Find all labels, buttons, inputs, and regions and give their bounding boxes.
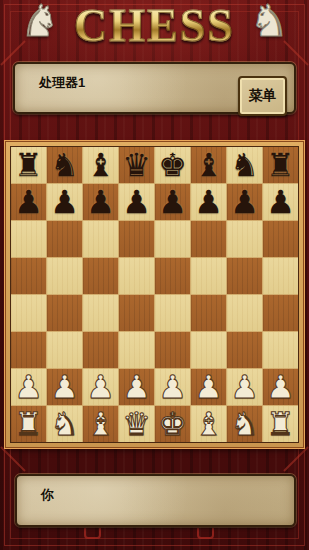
- square-e1[interactable]: ♚: [155, 406, 190, 442]
- square-h4[interactable]: [263, 295, 298, 331]
- square-g2[interactable]: ♟: [227, 369, 262, 405]
- square-f1[interactable]: ♝: [191, 406, 226, 442]
- piece-black-knight[interactable]: ♞: [50, 148, 79, 183]
- piece-white-bishop[interactable]: ♝: [86, 407, 115, 442]
- square-e6[interactable]: [155, 221, 190, 257]
- piece-black-pawn[interactable]: ♟: [266, 185, 295, 220]
- piece-black-pawn[interactable]: ♟: [158, 185, 187, 220]
- piece-white-pawn[interactable]: ♟: [158, 370, 187, 405]
- piece-white-pawn[interactable]: ♟: [230, 370, 259, 405]
- player-panel: 你: [15, 474, 296, 527]
- square-a8[interactable]: ♜: [11, 147, 46, 183]
- piece-white-bishop[interactable]: ♝: [194, 407, 223, 442]
- opponent-name: 处理器1: [39, 74, 85, 92]
- square-c5[interactable]: [83, 258, 118, 294]
- chess-app: ♞ CHESS ♞ 处理器1 菜单 ♜♞♝♛♚♝♞♜♟♟♟♟♟♟♟♟♟♟♟♟♟♟…: [0, 0, 309, 550]
- player-name: 你: [41, 486, 54, 504]
- square-c2[interactable]: ♟: [83, 369, 118, 405]
- square-h2[interactable]: ♟: [263, 369, 298, 405]
- square-c3[interactable]: [83, 332, 118, 368]
- square-b8[interactable]: ♞: [47, 147, 82, 183]
- square-b1[interactable]: ♞: [47, 406, 82, 442]
- square-a7[interactable]: ♟: [11, 184, 46, 220]
- square-g1[interactable]: ♞: [227, 406, 262, 442]
- square-e3[interactable]: [155, 332, 190, 368]
- piece-white-rook[interactable]: ♜: [14, 407, 43, 442]
- piece-white-pawn[interactable]: ♟: [14, 370, 43, 405]
- piece-black-pawn[interactable]: ♟: [86, 185, 115, 220]
- piece-black-queen[interactable]: ♛: [122, 148, 151, 183]
- square-e2[interactable]: ♟: [155, 369, 190, 405]
- square-h8[interactable]: ♜: [263, 147, 298, 183]
- piece-white-knight[interactable]: ♞: [230, 407, 259, 442]
- knight-logo-right-icon: ♞: [250, 0, 289, 44]
- piece-black-pawn[interactable]: ♟: [230, 185, 259, 220]
- square-b2[interactable]: ♟: [47, 369, 82, 405]
- square-b5[interactable]: [47, 258, 82, 294]
- square-d5[interactable]: [119, 258, 154, 294]
- square-e5[interactable]: [155, 258, 190, 294]
- square-e7[interactable]: ♟: [155, 184, 190, 220]
- square-b6[interactable]: [47, 221, 82, 257]
- square-b7[interactable]: ♟: [47, 184, 82, 220]
- piece-black-rook[interactable]: ♜: [266, 148, 295, 183]
- piece-black-rook[interactable]: ♜: [14, 148, 43, 183]
- chess-board[interactable]: ♜♞♝♛♚♝♞♜♟♟♟♟♟♟♟♟♟♟♟♟♟♟♟♟♜♞♝♛♚♝♞♜: [11, 147, 298, 442]
- square-c6[interactable]: [83, 221, 118, 257]
- opponent-panel: 处理器1 菜单: [13, 62, 296, 114]
- square-f5[interactable]: [191, 258, 226, 294]
- frame-corner-line: [283, 446, 308, 471]
- piece-white-pawn[interactable]: ♟: [194, 370, 223, 405]
- piece-black-bishop[interactable]: ♝: [194, 148, 223, 183]
- square-e4[interactable]: [155, 295, 190, 331]
- piece-black-knight[interactable]: ♞: [230, 148, 259, 183]
- square-d1[interactable]: ♛: [119, 406, 154, 442]
- frame-corner-line: [0, 446, 25, 471]
- square-a4[interactable]: [11, 295, 46, 331]
- piece-black-pawn[interactable]: ♟: [194, 185, 223, 220]
- piece-white-pawn[interactable]: ♟: [266, 370, 295, 405]
- square-b4[interactable]: [47, 295, 82, 331]
- square-d2[interactable]: ♟: [119, 369, 154, 405]
- square-b3[interactable]: [47, 332, 82, 368]
- square-h6[interactable]: [263, 221, 298, 257]
- square-e8[interactable]: ♚: [155, 147, 190, 183]
- knight-logo-left-icon: ♞: [20, 0, 59, 44]
- square-g3[interactable]: [227, 332, 262, 368]
- piece-black-bishop[interactable]: ♝: [86, 148, 115, 183]
- square-h7[interactable]: ♟: [263, 184, 298, 220]
- square-f3[interactable]: [191, 332, 226, 368]
- app-title: CHESS: [74, 1, 235, 51]
- piece-black-king[interactable]: ♚: [158, 148, 187, 183]
- piece-white-pawn[interactable]: ♟: [122, 370, 151, 405]
- square-d4[interactable]: [119, 295, 154, 331]
- square-c8[interactable]: ♝: [83, 147, 118, 183]
- square-c1[interactable]: ♝: [83, 406, 118, 442]
- square-a2[interactable]: ♟: [11, 369, 46, 405]
- piece-white-rook[interactable]: ♜: [266, 407, 295, 442]
- square-g7[interactable]: ♟: [227, 184, 262, 220]
- piece-white-king[interactable]: ♚: [158, 407, 187, 442]
- piece-black-pawn[interactable]: ♟: [50, 185, 79, 220]
- square-a1[interactable]: ♜: [11, 406, 46, 442]
- square-g5[interactable]: [227, 258, 262, 294]
- square-f8[interactable]: ♝: [191, 147, 226, 183]
- board-frame: ♜♞♝♛♚♝♞♜♟♟♟♟♟♟♟♟♟♟♟♟♟♟♟♟♜♞♝♛♚♝♞♜: [5, 141, 304, 448]
- square-c7[interactable]: ♟: [83, 184, 118, 220]
- piece-black-pawn[interactable]: ♟: [14, 185, 43, 220]
- square-h5[interactable]: [263, 258, 298, 294]
- menu-button[interactable]: 菜单: [238, 76, 287, 116]
- square-a6[interactable]: [11, 221, 46, 257]
- square-d6[interactable]: [119, 221, 154, 257]
- square-d8[interactable]: ♛: [119, 147, 154, 183]
- piece-white-pawn[interactable]: ♟: [50, 370, 79, 405]
- square-h1[interactable]: ♜: [263, 406, 298, 442]
- square-f7[interactable]: ♟: [191, 184, 226, 220]
- drape-hook-decoration: [84, 528, 101, 539]
- square-a3[interactable]: [11, 332, 46, 368]
- piece-white-pawn[interactable]: ♟: [86, 370, 115, 405]
- square-f4[interactable]: [191, 295, 226, 331]
- square-d7[interactable]: ♟: [119, 184, 154, 220]
- square-f6[interactable]: [191, 221, 226, 257]
- piece-white-knight[interactable]: ♞: [50, 407, 79, 442]
- drape-hook-decoration: [197, 528, 214, 539]
- square-c4[interactable]: [83, 295, 118, 331]
- square-d3[interactable]: [119, 332, 154, 368]
- piece-white-queen[interactable]: ♛: [122, 407, 151, 442]
- square-h3[interactable]: [263, 332, 298, 368]
- square-a5[interactable]: [11, 258, 46, 294]
- square-g8[interactable]: ♞: [227, 147, 262, 183]
- square-g6[interactable]: [227, 221, 262, 257]
- square-g4[interactable]: [227, 295, 262, 331]
- piece-black-pawn[interactable]: ♟: [122, 185, 151, 220]
- header: ♞ CHESS ♞: [0, 0, 309, 52]
- square-f2[interactable]: ♟: [191, 369, 226, 405]
